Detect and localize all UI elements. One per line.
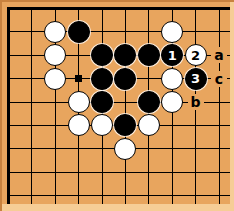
intersection-c6-r7 [114, 137, 137, 160]
intersection-c10-r8 [207, 161, 230, 184]
stone-black [114, 68, 136, 90]
intersection-c9-r6 [184, 114, 207, 137]
stone-black-move-1: 1 [161, 44, 183, 66]
intersection-c2-r2 [20, 20, 43, 43]
stone-white [68, 114, 90, 136]
point-label-a: a [211, 47, 227, 63]
board-continues-bottom-strip [2, 204, 234, 211]
stone-black [68, 21, 90, 43]
intersection-c5-r7 [90, 137, 113, 160]
intersection-c9-r4: 3 [184, 67, 207, 90]
intersection-c1-r3 [0, 44, 20, 67]
intersection-c8-r5 [161, 90, 184, 113]
intersection-c6-r4 [114, 67, 137, 90]
intersection-c4-r8 [67, 161, 90, 184]
intersection-c2-r8 [20, 161, 43, 184]
stone-black-move-3: 3 [185, 68, 207, 90]
stone-white [44, 44, 66, 66]
intersection-c7-r4 [137, 67, 160, 90]
intersection-c3-r8 [44, 161, 67, 184]
intersection-c8-r6 [161, 114, 184, 137]
intersection-c7-r5 [137, 90, 160, 113]
stone-black [114, 44, 136, 66]
stone-white [91, 114, 113, 136]
intersection-c3-r6 [44, 114, 67, 137]
intersection-c4-r5 [67, 90, 90, 113]
intersection-c7-r7 [137, 137, 160, 160]
intersection-c3-r1 [44, 0, 67, 20]
intersection-c9-r1 [184, 0, 207, 20]
intersection-c2-r6 [20, 114, 43, 137]
intersection-c3-r3 [44, 44, 67, 67]
intersection-c4-r6 [67, 114, 90, 137]
intersection-c7-r6 [137, 114, 160, 137]
intersection-c1-r8 [0, 161, 20, 184]
intersection-c1-r6 [0, 114, 20, 137]
intersection-c3-r7 [44, 137, 67, 160]
intersection-c9-r7 [184, 137, 207, 160]
stone-white [44, 68, 66, 90]
stone-white [161, 21, 183, 43]
intersection-c6-r3 [114, 44, 137, 67]
intersection-c10-r5 [207, 90, 230, 113]
intersection-c4-r1 [67, 0, 90, 20]
intersection-c1-r2 [0, 20, 20, 43]
stone-black [114, 114, 136, 136]
intersection-c5-r6 [90, 114, 113, 137]
intersection-c8-r7 [161, 137, 184, 160]
intersection-c5-r3 [90, 44, 113, 67]
intersection-c10-r3: a [207, 44, 230, 67]
intersection-c7-r1 [137, 0, 160, 20]
intersection-c4-r2 [67, 20, 90, 43]
intersection-c10-r7 [207, 137, 230, 160]
stone-white [161, 68, 183, 90]
intersection-c7-r3 [137, 44, 160, 67]
stone-white [68, 91, 90, 113]
intersection-c6-r8 [114, 161, 137, 184]
stone-white [161, 91, 183, 113]
intersection-c7-r2 [137, 20, 160, 43]
stone-black [91, 44, 113, 66]
point-label-c: c [211, 71, 227, 87]
intersection-c8-r2 [161, 20, 184, 43]
point-label-b: b [188, 94, 204, 110]
intersection-c5-r8 [90, 161, 113, 184]
intersection-c10-r6 [207, 114, 230, 137]
intersection-c6-r6 [114, 114, 137, 137]
intersection-c5-r5 [90, 90, 113, 113]
intersection-c9-r3: 2 [184, 44, 207, 67]
intersection-c9-r8 [184, 161, 207, 184]
intersection-c4-r7 [67, 137, 90, 160]
square-mark [75, 75, 82, 82]
intersection-c3-r4 [44, 67, 67, 90]
outer-rim-left [0, 0, 2, 211]
go-board: 12a3cb [0, 0, 231, 207]
intersection-c1-r7 [0, 137, 20, 160]
intersection-c2-r4 [20, 67, 43, 90]
intersection-c10-r4: c [207, 67, 230, 90]
stone-black [138, 91, 160, 113]
stone-black [138, 44, 160, 66]
intersection-c6-r1 [114, 0, 137, 20]
stone-white [114, 138, 136, 160]
intersection-c5-r2 [90, 20, 113, 43]
intersection-c10-r1 [207, 0, 230, 20]
intersection-c1-r4 [0, 67, 20, 90]
stone-white [44, 21, 66, 43]
intersection-c2-r5 [20, 90, 43, 113]
intersection-c3-r2 [44, 20, 67, 43]
stone-white [138, 114, 160, 136]
intersection-c1-r1 [0, 0, 20, 20]
stone-black [91, 91, 113, 113]
intersection-c3-r5 [44, 90, 67, 113]
intersection-c1-r5 [0, 90, 20, 113]
intersection-c2-r1 [20, 0, 43, 20]
outer-rim-top [0, 0, 234, 2]
intersection-c8-r4 [161, 67, 184, 90]
board-continues-right-strip [230, 2, 234, 211]
intersection-c8-r3: 1 [161, 44, 184, 67]
intersection-c7-r8 [137, 161, 160, 184]
stone-black [91, 68, 113, 90]
intersection-c4-r3 [67, 44, 90, 67]
intersection-c9-r5: b [184, 90, 207, 113]
intersection-c2-r7 [20, 137, 43, 160]
intersection-c6-r5 [114, 90, 137, 113]
intersection-c5-r1 [90, 0, 113, 20]
intersection-c8-r8 [161, 161, 184, 184]
intersection-c5-r4 [90, 67, 113, 90]
intersection-c4-r4 [67, 67, 90, 90]
intersection-c6-r2 [114, 20, 137, 43]
stone-white-move-2: 2 [185, 44, 207, 66]
intersection-c2-r3 [20, 44, 43, 67]
intersection-c9-r2 [184, 20, 207, 43]
intersection-c10-r2 [207, 20, 230, 43]
go-diagram: 12a3cb [0, 0, 234, 211]
intersection-c8-r1 [161, 0, 184, 20]
